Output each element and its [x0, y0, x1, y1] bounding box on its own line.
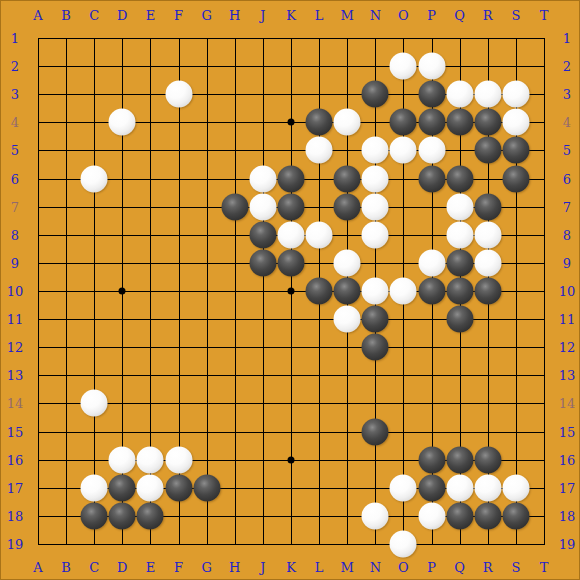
- stone-white-F3[interactable]: [165, 81, 192, 108]
- stone-black-S6[interactable]: [502, 165, 529, 192]
- stone-white-Q7[interactable]: [446, 193, 473, 220]
- stone-black-F17[interactable]: [165, 474, 192, 501]
- coord-label-left-14: 14: [7, 397, 24, 410]
- stone-white-P5[interactable]: [418, 137, 445, 164]
- coord-label-bottom-T: T: [540, 561, 549, 574]
- stone-white-O5[interactable]: [390, 137, 417, 164]
- stone-black-Q4[interactable]: [446, 109, 473, 136]
- stone-white-M9[interactable]: [334, 249, 361, 276]
- stone-black-R18[interactable]: [474, 502, 501, 529]
- stone-black-S18[interactable]: [502, 502, 529, 529]
- stone-black-J8[interactable]: [249, 221, 276, 248]
- coord-label-bottom-B: B: [61, 561, 71, 574]
- stone-black-S5[interactable]: [502, 137, 529, 164]
- coord-label-bottom-N: N: [370, 561, 381, 574]
- stone-black-M10[interactable]: [334, 278, 361, 305]
- coord-label-left-11: 11: [7, 313, 24, 326]
- coord-label-bottom-P: P: [427, 561, 436, 574]
- coord-label-top-S: S: [511, 9, 520, 22]
- coord-label-left-12: 12: [7, 341, 24, 354]
- stone-white-J6[interactable]: [249, 165, 276, 192]
- star-point-K4: [288, 119, 295, 126]
- stone-black-Q9[interactable]: [446, 249, 473, 276]
- stone-black-J9[interactable]: [249, 249, 276, 276]
- stone-white-O2[interactable]: [390, 53, 417, 80]
- stone-white-L5[interactable]: [306, 137, 333, 164]
- coord-label-right-11: 11: [559, 313, 576, 326]
- coord-label-left-7: 7: [11, 200, 19, 213]
- grid-line-horizontal: [38, 432, 545, 433]
- stone-white-P18[interactable]: [418, 502, 445, 529]
- stone-white-O17[interactable]: [390, 474, 417, 501]
- coord-label-top-R: R: [483, 9, 493, 22]
- coord-label-right-12: 12: [559, 341, 576, 354]
- stone-white-P9[interactable]: [418, 249, 445, 276]
- grid-line-horizontal: [38, 347, 545, 348]
- coord-label-top-A: A: [33, 9, 42, 22]
- stone-black-R4[interactable]: [474, 109, 501, 136]
- stone-black-D18[interactable]: [109, 502, 136, 529]
- coord-label-left-5: 5: [11, 144, 19, 157]
- stone-black-L10[interactable]: [306, 278, 333, 305]
- stone-black-Q10[interactable]: [446, 278, 473, 305]
- coord-label-top-Q: Q: [454, 9, 465, 22]
- stone-black-M7[interactable]: [334, 193, 361, 220]
- coord-label-right-6: 6: [563, 172, 571, 185]
- coord-label-bottom-O: O: [398, 561, 409, 574]
- stone-white-N8[interactable]: [362, 221, 389, 248]
- coord-label-left-4: 4: [11, 116, 19, 129]
- coord-label-right-4: 4: [563, 116, 571, 129]
- coord-label-top-L: L: [315, 9, 324, 22]
- coord-label-left-6: 6: [11, 172, 19, 185]
- stone-black-N15[interactable]: [362, 418, 389, 445]
- stone-white-E17[interactable]: [137, 474, 164, 501]
- coord-label-bottom-A: A: [33, 561, 42, 574]
- coord-label-left-13: 13: [7, 369, 24, 382]
- stone-black-P17[interactable]: [418, 474, 445, 501]
- coord-label-right-10: 10: [559, 285, 576, 298]
- stone-black-K9[interactable]: [278, 249, 305, 276]
- coord-label-right-18: 18: [559, 509, 576, 522]
- stone-white-R9[interactable]: [474, 249, 501, 276]
- stone-white-Q3[interactable]: [446, 81, 473, 108]
- coord-label-bottom-R: R: [483, 561, 493, 574]
- coord-label-top-O: O: [398, 9, 409, 22]
- star-point-K16: [288, 456, 295, 463]
- coord-label-top-B: B: [61, 9, 71, 22]
- coord-label-bottom-J: J: [260, 561, 265, 574]
- stone-black-O4[interactable]: [390, 109, 417, 136]
- stone-black-E18[interactable]: [137, 502, 164, 529]
- stone-black-N11[interactable]: [362, 306, 389, 333]
- stone-black-P16[interactable]: [418, 446, 445, 473]
- stone-white-D16[interactable]: [109, 446, 136, 473]
- stone-black-K7[interactable]: [278, 193, 305, 220]
- coord-label-bottom-Q: Q: [454, 561, 465, 574]
- stone-white-N10[interactable]: [362, 278, 389, 305]
- coord-label-top-G: G: [201, 9, 211, 22]
- stone-black-K6[interactable]: [278, 165, 305, 192]
- stone-black-N3[interactable]: [362, 81, 389, 108]
- stone-white-K8[interactable]: [278, 221, 305, 248]
- stone-black-Q18[interactable]: [446, 502, 473, 529]
- star-point-K10: [288, 288, 295, 295]
- coord-label-left-2: 2: [11, 60, 19, 73]
- stone-black-R7[interactable]: [474, 193, 501, 220]
- coord-label-right-8: 8: [563, 228, 571, 241]
- stone-white-N18[interactable]: [362, 502, 389, 529]
- coord-label-right-3: 3: [563, 88, 571, 101]
- stone-black-P10[interactable]: [418, 278, 445, 305]
- coord-label-left-18: 18: [7, 509, 24, 522]
- coord-label-top-M: M: [341, 9, 354, 22]
- coord-label-bottom-E: E: [146, 561, 156, 574]
- grid-line-vertical: [544, 38, 545, 545]
- grid-line-horizontal: [38, 544, 545, 545]
- stone-white-L8[interactable]: [306, 221, 333, 248]
- stone-black-H7[interactable]: [221, 193, 248, 220]
- stone-black-M6[interactable]: [334, 165, 361, 192]
- coord-label-top-C: C: [89, 9, 99, 22]
- coord-label-right-1: 1: [563, 32, 571, 45]
- coord-label-right-9: 9: [563, 256, 571, 269]
- coord-label-right-2: 2: [563, 60, 571, 73]
- coord-label-right-17: 17: [559, 481, 576, 494]
- stone-white-O10[interactable]: [390, 278, 417, 305]
- coord-label-bottom-G: G: [201, 561, 211, 574]
- stone-white-E16[interactable]: [137, 446, 164, 473]
- stone-white-C14[interactable]: [81, 390, 108, 417]
- stone-white-S3[interactable]: [502, 81, 529, 108]
- stone-black-C18[interactable]: [81, 502, 108, 529]
- stone-black-P4[interactable]: [418, 109, 445, 136]
- coord-label-right-5: 5: [563, 144, 571, 157]
- stone-black-Q6[interactable]: [446, 165, 473, 192]
- stone-black-G17[interactable]: [193, 474, 220, 501]
- stone-black-L4[interactable]: [306, 109, 333, 136]
- coord-label-left-10: 10: [7, 285, 24, 298]
- star-point-D10: [119, 288, 126, 295]
- coord-label-top-F: F: [174, 9, 183, 22]
- stone-white-C17[interactable]: [81, 474, 108, 501]
- stone-black-D17[interactable]: [109, 474, 136, 501]
- stone-black-Q16[interactable]: [446, 446, 473, 473]
- coord-label-left-8: 8: [11, 228, 19, 241]
- stone-white-F16[interactable]: [165, 446, 192, 473]
- coord-label-left-17: 17: [7, 481, 24, 494]
- stone-white-S4[interactable]: [502, 109, 529, 136]
- go-board[interactable]: AABBCCDDEEFFGGHHJJKKLLMMNNOOPPQQRRSSTT11…: [0, 0, 580, 580]
- coord-label-top-N: N: [370, 9, 381, 22]
- stone-white-N5[interactable]: [362, 137, 389, 164]
- coord-label-top-P: P: [427, 9, 436, 22]
- coord-label-bottom-L: L: [315, 561, 324, 574]
- coord-label-left-9: 9: [11, 256, 19, 269]
- stone-black-R5[interactable]: [474, 137, 501, 164]
- grid-line-horizontal: [38, 375, 545, 376]
- coord-label-top-K: K: [286, 9, 296, 22]
- coord-label-bottom-H: H: [229, 561, 240, 574]
- coord-label-top-E: E: [146, 9, 156, 22]
- stone-white-R3[interactable]: [474, 81, 501, 108]
- stone-black-N12[interactable]: [362, 334, 389, 361]
- coord-label-right-19: 19: [559, 538, 576, 551]
- stone-white-N7[interactable]: [362, 193, 389, 220]
- stone-white-N6[interactable]: [362, 165, 389, 192]
- stone-white-R8[interactable]: [474, 221, 501, 248]
- coord-label-left-16: 16: [7, 453, 24, 466]
- stone-black-Q11[interactable]: [446, 306, 473, 333]
- stone-white-C6[interactable]: [81, 165, 108, 192]
- stone-white-O19[interactable]: [390, 531, 417, 558]
- coord-label-top-D: D: [117, 9, 127, 22]
- coord-label-right-15: 15: [559, 425, 576, 438]
- coord-label-bottom-M: M: [341, 561, 354, 574]
- coord-label-top-J: J: [260, 9, 265, 22]
- grid-line-horizontal: [38, 403, 545, 404]
- stone-black-P6[interactable]: [418, 165, 445, 192]
- coord-label-bottom-S: S: [511, 561, 520, 574]
- stone-black-P3[interactable]: [418, 81, 445, 108]
- stone-black-R16[interactable]: [474, 446, 501, 473]
- coord-label-right-13: 13: [559, 369, 576, 382]
- coord-label-bottom-C: C: [89, 561, 99, 574]
- coord-label-left-3: 3: [11, 88, 19, 101]
- coord-label-left-19: 19: [7, 538, 24, 551]
- coord-label-right-16: 16: [559, 453, 576, 466]
- stone-white-M4[interactable]: [334, 109, 361, 136]
- stone-white-Q17[interactable]: [446, 474, 473, 501]
- stone-white-Q8[interactable]: [446, 221, 473, 248]
- stone-black-R10[interactable]: [474, 278, 501, 305]
- stone-white-R17[interactable]: [474, 474, 501, 501]
- coord-label-right-14: 14: [559, 397, 576, 410]
- coord-label-top-H: H: [229, 9, 240, 22]
- coord-label-bottom-D: D: [117, 561, 127, 574]
- coord-label-left-1: 1: [11, 32, 19, 45]
- coord-label-top-T: T: [540, 9, 549, 22]
- coord-label-bottom-F: F: [174, 561, 183, 574]
- stone-white-M11[interactable]: [334, 306, 361, 333]
- stone-white-S17[interactable]: [502, 474, 529, 501]
- coord-label-left-15: 15: [7, 425, 24, 438]
- coord-label-bottom-K: K: [286, 561, 296, 574]
- stone-white-J7[interactable]: [249, 193, 276, 220]
- stone-white-D4[interactable]: [109, 109, 136, 136]
- coord-label-right-7: 7: [563, 200, 571, 213]
- stone-white-P2[interactable]: [418, 53, 445, 80]
